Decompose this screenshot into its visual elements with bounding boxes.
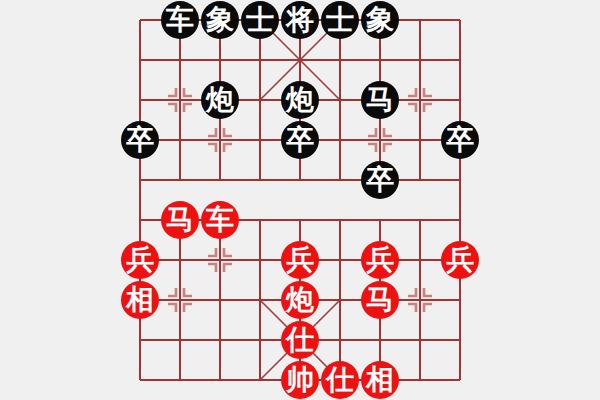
- piece-glyph: 象: [366, 6, 394, 34]
- piece-glyph: 兵: [126, 246, 154, 274]
- piece-black-cannon-1[interactable]: 炮: [201, 81, 239, 119]
- piece-glyph: 士: [246, 6, 274, 34]
- piece-black-advisor-1[interactable]: 士: [241, 1, 279, 39]
- piece-glyph: 卒: [366, 166, 394, 194]
- piece-glyph: 兵: [286, 246, 314, 274]
- piece-red-general[interactable]: 帅: [281, 361, 319, 399]
- piece-red-soldier-4[interactable]: 兵: [441, 241, 479, 279]
- piece-black-soldier-3[interactable]: 卒: [441, 121, 479, 159]
- piece-glyph: 炮: [286, 286, 314, 314]
- piece-glyph: 仕: [326, 366, 354, 394]
- piece-red-soldier-2[interactable]: 兵: [281, 241, 319, 279]
- piece-glyph: 相: [126, 286, 154, 314]
- piece-black-elephant-1[interactable]: 象: [201, 1, 239, 39]
- piece-glyph: 象: [206, 6, 234, 34]
- pieces-layer: 车象士将士象炮炮马卒卒卒卒马车兵兵兵兵相炮马仕帅仕相: [120, 0, 480, 400]
- piece-red-cannon[interactable]: 炮: [281, 281, 319, 319]
- piece-red-horse-2[interactable]: 马: [361, 281, 399, 319]
- piece-glyph: 将: [286, 6, 314, 34]
- piece-glyph: 士: [326, 6, 354, 34]
- piece-glyph: 炮: [206, 86, 234, 114]
- piece-glyph: 车: [206, 206, 234, 234]
- piece-black-general[interactable]: 将: [281, 1, 319, 39]
- piece-glyph: 马: [166, 206, 194, 234]
- xiangqi-app: 车象士将士象炮炮马卒卒卒卒马车兵兵兵兵相炮马仕帅仕相: [0, 0, 600, 400]
- piece-red-advisor-2[interactable]: 仕: [321, 361, 359, 399]
- piece-black-advisor-2[interactable]: 士: [321, 1, 359, 39]
- piece-glyph: 车: [166, 6, 194, 34]
- piece-black-soldier-1[interactable]: 卒: [121, 121, 159, 159]
- piece-red-horse-1[interactable]: 马: [161, 201, 199, 239]
- piece-glyph: 马: [366, 86, 394, 114]
- piece-red-chariot[interactable]: 车: [201, 201, 239, 239]
- piece-black-horse[interactable]: 马: [361, 81, 399, 119]
- piece-black-soldier-4[interactable]: 卒: [361, 161, 399, 199]
- piece-glyph: 卒: [126, 126, 154, 154]
- piece-glyph: 仕: [286, 326, 314, 354]
- piece-glyph: 卒: [286, 126, 314, 154]
- piece-black-elephant-2[interactable]: 象: [361, 1, 399, 39]
- piece-red-elephant-1[interactable]: 相: [121, 281, 159, 319]
- piece-red-soldier-1[interactable]: 兵: [121, 241, 159, 279]
- piece-black-cannon-2[interactable]: 炮: [281, 81, 319, 119]
- piece-red-advisor-1[interactable]: 仕: [281, 321, 319, 359]
- piece-glyph: 帅: [286, 366, 314, 394]
- piece-glyph: 兵: [366, 246, 394, 274]
- piece-glyph: 卒: [446, 126, 474, 154]
- piece-glyph: 炮: [286, 86, 314, 114]
- piece-black-chariot[interactable]: 车: [161, 1, 199, 39]
- piece-red-elephant-2[interactable]: 相: [361, 361, 399, 399]
- xiangqi-board[interactable]: 车象士将士象炮炮马卒卒卒卒马车兵兵兵兵相炮马仕帅仕相: [120, 0, 480, 400]
- piece-black-soldier-2[interactable]: 卒: [281, 121, 319, 159]
- piece-glyph: 兵: [446, 246, 474, 274]
- piece-red-soldier-3[interactable]: 兵: [361, 241, 399, 279]
- piece-glyph: 相: [366, 366, 394, 394]
- piece-glyph: 马: [366, 286, 394, 314]
